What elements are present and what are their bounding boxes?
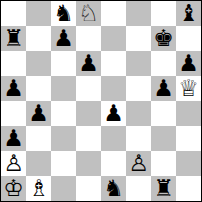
piece-black-pawn: ♟	[153, 76, 174, 101]
piece-white-knight: ♘	[78, 1, 99, 26]
square-b5[interactable]	[26, 76, 51, 101]
square-h1[interactable]	[176, 176, 201, 201]
square-g5[interactable]: ♟	[151, 76, 176, 101]
square-a5[interactable]: ♟	[1, 76, 26, 101]
square-g1[interactable]: ♜	[151, 176, 176, 201]
square-g2[interactable]	[151, 151, 176, 176]
square-f3[interactable]	[126, 126, 151, 151]
square-d7[interactable]	[76, 26, 101, 51]
piece-white-pawn: ♙	[3, 151, 24, 176]
square-c1[interactable]	[51, 176, 76, 201]
square-g7[interactable]: ♚	[151, 26, 176, 51]
square-b7[interactable]	[26, 26, 51, 51]
square-a4[interactable]	[1, 101, 26, 126]
square-c2[interactable]	[51, 151, 76, 176]
square-a2[interactable]: ♙	[1, 151, 26, 176]
square-g4[interactable]	[151, 101, 176, 126]
square-c7[interactable]: ♟	[51, 26, 76, 51]
square-a1[interactable]: ♔	[1, 176, 26, 201]
square-f1[interactable]	[126, 176, 151, 201]
square-e6[interactable]	[101, 51, 126, 76]
square-d3[interactable]	[76, 126, 101, 151]
square-f2[interactable]: ♙	[126, 151, 151, 176]
chess-board: ♞♘♝♜♟♚♟♟♟♟♕♟♟♟♙♙♔♗♞♜	[0, 0, 202, 202]
square-f4[interactable]	[126, 101, 151, 126]
piece-white-king: ♔	[3, 176, 24, 201]
piece-black-king: ♚	[153, 26, 174, 51]
square-e2[interactable]	[101, 151, 126, 176]
square-e8[interactable]	[101, 1, 126, 26]
square-c6[interactable]	[51, 51, 76, 76]
square-e5[interactable]	[101, 76, 126, 101]
piece-black-rook: ♜	[153, 176, 174, 201]
square-a7[interactable]: ♜	[1, 26, 26, 51]
square-c3[interactable]	[51, 126, 76, 151]
piece-black-pawn: ♟	[28, 101, 49, 126]
square-e7[interactable]	[101, 26, 126, 51]
piece-black-knight: ♞	[53, 1, 74, 26]
square-e3[interactable]	[101, 126, 126, 151]
square-d6[interactable]: ♟	[76, 51, 101, 76]
square-h7[interactable]	[176, 26, 201, 51]
square-b8[interactable]	[26, 1, 51, 26]
square-h5[interactable]: ♕	[176, 76, 201, 101]
square-g8[interactable]	[151, 1, 176, 26]
piece-black-pawn: ♟	[53, 26, 74, 51]
square-b4[interactable]: ♟	[26, 101, 51, 126]
square-b2[interactable]	[26, 151, 51, 176]
square-h6[interactable]: ♟	[176, 51, 201, 76]
square-b6[interactable]	[26, 51, 51, 76]
square-d4[interactable]	[76, 101, 101, 126]
square-c5[interactable]	[51, 76, 76, 101]
square-b1[interactable]: ♗	[26, 176, 51, 201]
piece-black-pawn: ♟	[78, 51, 99, 76]
piece-black-pawn: ♟	[103, 101, 124, 126]
square-a8[interactable]	[1, 1, 26, 26]
piece-black-knight: ♞	[103, 176, 124, 201]
square-g3[interactable]	[151, 126, 176, 151]
piece-black-pawn: ♟	[178, 51, 199, 76]
piece-white-bishop: ♗	[28, 176, 49, 201]
square-f6[interactable]	[126, 51, 151, 76]
square-d8[interactable]: ♘	[76, 1, 101, 26]
square-b3[interactable]	[26, 126, 51, 151]
square-f8[interactable]	[126, 1, 151, 26]
piece-black-rook: ♜	[3, 26, 24, 51]
square-d5[interactable]	[76, 76, 101, 101]
piece-black-pawn: ♟	[3, 76, 24, 101]
square-a6[interactable]	[1, 51, 26, 76]
square-f5[interactable]	[126, 76, 151, 101]
square-h3[interactable]	[176, 126, 201, 151]
square-e4[interactable]: ♟	[101, 101, 126, 126]
square-c4[interactable]	[51, 101, 76, 126]
square-c8[interactable]: ♞	[51, 1, 76, 26]
square-d2[interactable]	[76, 151, 101, 176]
square-h4[interactable]	[176, 101, 201, 126]
piece-white-pawn: ♙	[128, 151, 149, 176]
square-a3[interactable]: ♟	[1, 126, 26, 151]
piece-black-bishop: ♝	[178, 1, 199, 26]
square-e1[interactable]: ♞	[101, 176, 126, 201]
piece-white-queen: ♕	[178, 76, 199, 101]
square-d1[interactable]	[76, 176, 101, 201]
square-h2[interactable]	[176, 151, 201, 176]
square-f7[interactable]	[126, 26, 151, 51]
square-g6[interactable]	[151, 51, 176, 76]
square-h8[interactable]: ♝	[176, 1, 201, 26]
piece-black-pawn: ♟	[3, 126, 24, 151]
